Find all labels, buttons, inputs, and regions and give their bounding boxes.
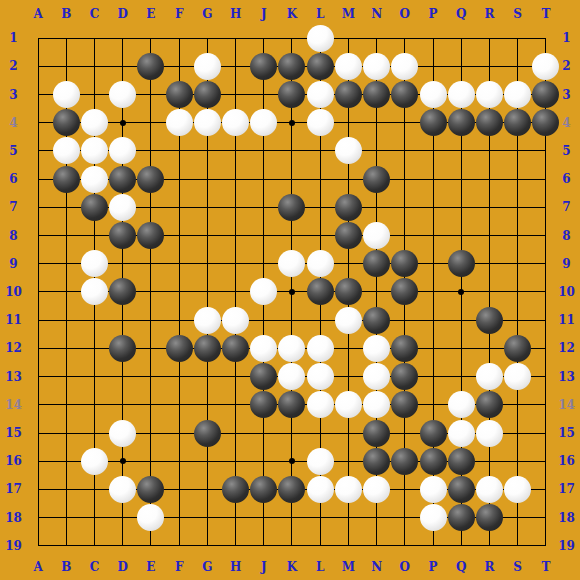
- intersection-F5[interactable]: [165, 137, 193, 165]
- intersection-A15[interactable]: [24, 419, 52, 447]
- intersection-L1[interactable]: [306, 24, 334, 52]
- intersection-G10[interactable]: [193, 278, 221, 306]
- intersection-N3[interactable]: [363, 80, 391, 108]
- intersection-S7[interactable]: [504, 193, 532, 221]
- intersection-G4[interactable]: [193, 109, 221, 137]
- intersection-A18[interactable]: [24, 504, 52, 532]
- intersection-M11[interactable]: [334, 306, 362, 334]
- intersection-A19[interactable]: [24, 532, 52, 560]
- intersection-R17[interactable]: [475, 475, 503, 503]
- intersection-M3[interactable]: [334, 80, 362, 108]
- intersection-R3[interactable]: [475, 80, 503, 108]
- intersection-J18[interactable]: [250, 504, 278, 532]
- intersection-D6[interactable]: [109, 165, 137, 193]
- intersection-P12[interactable]: [419, 334, 447, 362]
- intersection-C1[interactable]: [80, 24, 108, 52]
- intersection-Q5[interactable]: [447, 137, 475, 165]
- intersection-P6[interactable]: [419, 165, 447, 193]
- intersection-M7[interactable]: [334, 193, 362, 221]
- intersection-H15[interactable]: [221, 419, 249, 447]
- intersection-Q3[interactable]: [447, 80, 475, 108]
- intersection-B18[interactable]: [52, 504, 80, 532]
- intersection-O19[interactable]: [391, 532, 419, 560]
- intersection-Q18[interactable]: [447, 504, 475, 532]
- intersection-C6[interactable]: [80, 165, 108, 193]
- intersection-E19[interactable]: [137, 532, 165, 560]
- intersection-B4[interactable]: [52, 109, 80, 137]
- intersection-Q7[interactable]: [447, 193, 475, 221]
- intersection-N6[interactable]: [363, 165, 391, 193]
- intersection-F16[interactable]: [165, 447, 193, 475]
- intersection-R18[interactable]: [475, 504, 503, 532]
- intersection-O12[interactable]: [391, 334, 419, 362]
- intersection-C19[interactable]: [80, 532, 108, 560]
- intersection-R4[interactable]: [475, 109, 503, 137]
- intersection-S14[interactable]: [504, 391, 532, 419]
- intersection-B13[interactable]: [52, 363, 80, 391]
- intersection-K8[interactable]: [278, 221, 306, 249]
- intersection-H16[interactable]: [221, 447, 249, 475]
- intersection-R11[interactable]: [475, 306, 503, 334]
- intersection-M5[interactable]: [334, 137, 362, 165]
- intersection-E3[interactable]: [137, 80, 165, 108]
- intersection-E14[interactable]: [137, 391, 165, 419]
- intersection-P11[interactable]: [419, 306, 447, 334]
- intersection-A9[interactable]: [24, 250, 52, 278]
- intersection-G3[interactable]: [193, 80, 221, 108]
- intersection-L16[interactable]: [306, 447, 334, 475]
- intersection-Q13[interactable]: [447, 363, 475, 391]
- intersection-F12[interactable]: [165, 334, 193, 362]
- intersection-J4[interactable]: [250, 109, 278, 137]
- intersection-D14[interactable]: [109, 391, 137, 419]
- intersection-J15[interactable]: [250, 419, 278, 447]
- intersection-D7[interactable]: [109, 193, 137, 221]
- intersection-O16[interactable]: [391, 447, 419, 475]
- intersection-T2[interactable]: [532, 52, 560, 80]
- intersection-F18[interactable]: [165, 504, 193, 532]
- intersection-L15[interactable]: [306, 419, 334, 447]
- intersection-S6[interactable]: [504, 165, 532, 193]
- intersection-E10[interactable]: [137, 278, 165, 306]
- intersection-E13[interactable]: [137, 363, 165, 391]
- intersection-Q4[interactable]: [447, 109, 475, 137]
- intersection-K7[interactable]: [278, 193, 306, 221]
- intersection-C3[interactable]: [80, 80, 108, 108]
- intersection-J1[interactable]: [250, 24, 278, 52]
- intersection-T12[interactable]: [532, 334, 560, 362]
- intersection-F13[interactable]: [165, 363, 193, 391]
- intersection-F9[interactable]: [165, 250, 193, 278]
- intersection-S15[interactable]: [504, 419, 532, 447]
- intersection-G19[interactable]: [193, 532, 221, 560]
- intersection-S18[interactable]: [504, 504, 532, 532]
- intersection-B9[interactable]: [52, 250, 80, 278]
- intersection-J13[interactable]: [250, 363, 278, 391]
- intersection-R10[interactable]: [475, 278, 503, 306]
- intersection-C11[interactable]: [80, 306, 108, 334]
- intersection-P3[interactable]: [419, 80, 447, 108]
- intersection-S10[interactable]: [504, 278, 532, 306]
- intersection-M14[interactable]: [334, 391, 362, 419]
- intersection-P10[interactable]: [419, 278, 447, 306]
- intersection-G11[interactable]: [193, 306, 221, 334]
- intersection-C8[interactable]: [80, 221, 108, 249]
- go-board[interactable]: [24, 24, 560, 560]
- intersection-E12[interactable]: [137, 334, 165, 362]
- intersection-D3[interactable]: [109, 80, 137, 108]
- intersection-A3[interactable]: [24, 80, 52, 108]
- intersection-E18[interactable]: [137, 504, 165, 532]
- intersection-G14[interactable]: [193, 391, 221, 419]
- intersection-L7[interactable]: [306, 193, 334, 221]
- intersection-J2[interactable]: [250, 52, 278, 80]
- intersection-J10[interactable]: [250, 278, 278, 306]
- intersection-M18[interactable]: [334, 504, 362, 532]
- intersection-F14[interactable]: [165, 391, 193, 419]
- intersection-S8[interactable]: [504, 221, 532, 249]
- intersection-E16[interactable]: [137, 447, 165, 475]
- intersection-D11[interactable]: [109, 306, 137, 334]
- intersection-H12[interactable]: [221, 334, 249, 362]
- intersection-F11[interactable]: [165, 306, 193, 334]
- intersection-M15[interactable]: [334, 419, 362, 447]
- intersection-O5[interactable]: [391, 137, 419, 165]
- intersection-D18[interactable]: [109, 504, 137, 532]
- intersection-K3[interactable]: [278, 80, 306, 108]
- intersection-A4[interactable]: [24, 109, 52, 137]
- intersection-J5[interactable]: [250, 137, 278, 165]
- intersection-P2[interactable]: [419, 52, 447, 80]
- intersection-D19[interactable]: [109, 532, 137, 560]
- intersection-K11[interactable]: [278, 306, 306, 334]
- intersection-D5[interactable]: [109, 137, 137, 165]
- intersection-J3[interactable]: [250, 80, 278, 108]
- intersection-C4[interactable]: [80, 109, 108, 137]
- intersection-Q15[interactable]: [447, 419, 475, 447]
- intersection-G1[interactable]: [193, 24, 221, 52]
- intersection-C7[interactable]: [80, 193, 108, 221]
- intersection-G2[interactable]: [193, 52, 221, 80]
- intersection-L2[interactable]: [306, 52, 334, 80]
- intersection-M10[interactable]: [334, 278, 362, 306]
- intersection-E2[interactable]: [137, 52, 165, 80]
- intersection-H17[interactable]: [221, 475, 249, 503]
- intersection-Q19[interactable]: [447, 532, 475, 560]
- intersection-K17[interactable]: [278, 475, 306, 503]
- intersection-G8[interactable]: [193, 221, 221, 249]
- intersection-H13[interactable]: [221, 363, 249, 391]
- intersection-D16[interactable]: [109, 447, 137, 475]
- intersection-K14[interactable]: [278, 391, 306, 419]
- intersection-K19[interactable]: [278, 532, 306, 560]
- intersection-C17[interactable]: [80, 475, 108, 503]
- intersection-S12[interactable]: [504, 334, 532, 362]
- intersection-F15[interactable]: [165, 419, 193, 447]
- intersection-O9[interactable]: [391, 250, 419, 278]
- intersection-D17[interactable]: [109, 475, 137, 503]
- intersection-J8[interactable]: [250, 221, 278, 249]
- intersection-M17[interactable]: [334, 475, 362, 503]
- intersection-O8[interactable]: [391, 221, 419, 249]
- intersection-Q10[interactable]: [447, 278, 475, 306]
- intersection-P14[interactable]: [419, 391, 447, 419]
- intersection-T5[interactable]: [532, 137, 560, 165]
- intersection-C12[interactable]: [80, 334, 108, 362]
- intersection-T15[interactable]: [532, 419, 560, 447]
- intersection-K9[interactable]: [278, 250, 306, 278]
- intersection-B5[interactable]: [52, 137, 80, 165]
- intersection-H10[interactable]: [221, 278, 249, 306]
- intersection-H11[interactable]: [221, 306, 249, 334]
- intersection-M12[interactable]: [334, 334, 362, 362]
- intersection-B2[interactable]: [52, 52, 80, 80]
- intersection-N15[interactable]: [363, 419, 391, 447]
- intersection-F6[interactable]: [165, 165, 193, 193]
- intersection-B12[interactable]: [52, 334, 80, 362]
- intersection-F8[interactable]: [165, 221, 193, 249]
- intersection-K1[interactable]: [278, 24, 306, 52]
- intersection-H5[interactable]: [221, 137, 249, 165]
- intersection-H14[interactable]: [221, 391, 249, 419]
- intersection-Q8[interactable]: [447, 221, 475, 249]
- intersection-G16[interactable]: [193, 447, 221, 475]
- intersection-E5[interactable]: [137, 137, 165, 165]
- intersection-B8[interactable]: [52, 221, 80, 249]
- intersection-S3[interactable]: [504, 80, 532, 108]
- intersection-F1[interactable]: [165, 24, 193, 52]
- intersection-T18[interactable]: [532, 504, 560, 532]
- intersection-R6[interactable]: [475, 165, 503, 193]
- intersection-P17[interactable]: [419, 475, 447, 503]
- intersection-J19[interactable]: [250, 532, 278, 560]
- intersection-O3[interactable]: [391, 80, 419, 108]
- intersection-P8[interactable]: [419, 221, 447, 249]
- intersection-M8[interactable]: [334, 221, 362, 249]
- intersection-F4[interactable]: [165, 109, 193, 137]
- intersection-R13[interactable]: [475, 363, 503, 391]
- intersection-K18[interactable]: [278, 504, 306, 532]
- intersection-T13[interactable]: [532, 363, 560, 391]
- intersection-L11[interactable]: [306, 306, 334, 334]
- intersection-Q1[interactable]: [447, 24, 475, 52]
- intersection-O10[interactable]: [391, 278, 419, 306]
- intersection-F3[interactable]: [165, 80, 193, 108]
- intersection-M2[interactable]: [334, 52, 362, 80]
- intersection-B16[interactable]: [52, 447, 80, 475]
- intersection-A6[interactable]: [24, 165, 52, 193]
- intersection-G15[interactable]: [193, 419, 221, 447]
- intersection-T8[interactable]: [532, 221, 560, 249]
- intersection-K13[interactable]: [278, 363, 306, 391]
- intersection-J9[interactable]: [250, 250, 278, 278]
- intersection-B15[interactable]: [52, 419, 80, 447]
- intersection-B14[interactable]: [52, 391, 80, 419]
- intersection-D4[interactable]: [109, 109, 137, 137]
- intersection-C15[interactable]: [80, 419, 108, 447]
- intersection-O2[interactable]: [391, 52, 419, 80]
- intersection-A12[interactable]: [24, 334, 52, 362]
- intersection-D2[interactable]: [109, 52, 137, 80]
- intersection-B17[interactable]: [52, 475, 80, 503]
- intersection-K2[interactable]: [278, 52, 306, 80]
- intersection-F17[interactable]: [165, 475, 193, 503]
- intersection-O6[interactable]: [391, 165, 419, 193]
- intersection-S16[interactable]: [504, 447, 532, 475]
- intersection-A8[interactable]: [24, 221, 52, 249]
- intersection-H4[interactable]: [221, 109, 249, 137]
- intersection-S19[interactable]: [504, 532, 532, 560]
- intersection-O17[interactable]: [391, 475, 419, 503]
- intersection-C16[interactable]: [80, 447, 108, 475]
- intersection-O11[interactable]: [391, 306, 419, 334]
- intersection-L19[interactable]: [306, 532, 334, 560]
- intersection-M13[interactable]: [334, 363, 362, 391]
- intersection-N13[interactable]: [363, 363, 391, 391]
- intersection-A2[interactable]: [24, 52, 52, 80]
- intersection-G5[interactable]: [193, 137, 221, 165]
- intersection-S5[interactable]: [504, 137, 532, 165]
- intersection-S13[interactable]: [504, 363, 532, 391]
- intersection-L13[interactable]: [306, 363, 334, 391]
- intersection-N14[interactable]: [363, 391, 391, 419]
- intersection-N11[interactable]: [363, 306, 391, 334]
- intersection-L8[interactable]: [306, 221, 334, 249]
- intersection-F19[interactable]: [165, 532, 193, 560]
- intersection-H9[interactable]: [221, 250, 249, 278]
- intersection-A10[interactable]: [24, 278, 52, 306]
- intersection-L9[interactable]: [306, 250, 334, 278]
- intersection-M6[interactable]: [334, 165, 362, 193]
- intersection-P5[interactable]: [419, 137, 447, 165]
- intersection-Q16[interactable]: [447, 447, 475, 475]
- intersection-N2[interactable]: [363, 52, 391, 80]
- intersection-F2[interactable]: [165, 52, 193, 80]
- intersection-L18[interactable]: [306, 504, 334, 532]
- intersection-A1[interactable]: [24, 24, 52, 52]
- intersection-E15[interactable]: [137, 419, 165, 447]
- intersection-T7[interactable]: [532, 193, 560, 221]
- intersection-H2[interactable]: [221, 52, 249, 80]
- intersection-O7[interactable]: [391, 193, 419, 221]
- intersection-B11[interactable]: [52, 306, 80, 334]
- intersection-Q11[interactable]: [447, 306, 475, 334]
- intersection-H1[interactable]: [221, 24, 249, 52]
- intersection-C13[interactable]: [80, 363, 108, 391]
- intersection-N17[interactable]: [363, 475, 391, 503]
- intersection-R8[interactable]: [475, 221, 503, 249]
- intersection-H19[interactable]: [221, 532, 249, 560]
- intersection-S4[interactable]: [504, 109, 532, 137]
- intersection-T19[interactable]: [532, 532, 560, 560]
- intersection-L12[interactable]: [306, 334, 334, 362]
- intersection-O13[interactable]: [391, 363, 419, 391]
- intersection-K4[interactable]: [278, 109, 306, 137]
- intersection-M4[interactable]: [334, 109, 362, 137]
- intersection-B19[interactable]: [52, 532, 80, 560]
- intersection-Q12[interactable]: [447, 334, 475, 362]
- intersection-M9[interactable]: [334, 250, 362, 278]
- intersection-J6[interactable]: [250, 165, 278, 193]
- intersection-P9[interactable]: [419, 250, 447, 278]
- intersection-O18[interactable]: [391, 504, 419, 532]
- intersection-E6[interactable]: [137, 165, 165, 193]
- intersection-M19[interactable]: [334, 532, 362, 560]
- intersection-T14[interactable]: [532, 391, 560, 419]
- intersection-A17[interactable]: [24, 475, 52, 503]
- intersection-K16[interactable]: [278, 447, 306, 475]
- intersection-T1[interactable]: [532, 24, 560, 52]
- intersection-T3[interactable]: [532, 80, 560, 108]
- intersection-A13[interactable]: [24, 363, 52, 391]
- intersection-L5[interactable]: [306, 137, 334, 165]
- intersection-R1[interactable]: [475, 24, 503, 52]
- intersection-R15[interactable]: [475, 419, 503, 447]
- intersection-D8[interactable]: [109, 221, 137, 249]
- intersection-H18[interactable]: [221, 504, 249, 532]
- intersection-R2[interactable]: [475, 52, 503, 80]
- intersection-O4[interactable]: [391, 109, 419, 137]
- intersection-R14[interactable]: [475, 391, 503, 419]
- intersection-S17[interactable]: [504, 475, 532, 503]
- intersection-G17[interactable]: [193, 475, 221, 503]
- intersection-Q6[interactable]: [447, 165, 475, 193]
- intersection-R12[interactable]: [475, 334, 503, 362]
- intersection-N18[interactable]: [363, 504, 391, 532]
- intersection-D10[interactable]: [109, 278, 137, 306]
- intersection-J12[interactable]: [250, 334, 278, 362]
- intersection-F7[interactable]: [165, 193, 193, 221]
- intersection-T9[interactable]: [532, 250, 560, 278]
- intersection-D12[interactable]: [109, 334, 137, 362]
- intersection-G6[interactable]: [193, 165, 221, 193]
- intersection-N4[interactable]: [363, 109, 391, 137]
- intersection-K15[interactable]: [278, 419, 306, 447]
- intersection-N1[interactable]: [363, 24, 391, 52]
- intersection-K12[interactable]: [278, 334, 306, 362]
- intersection-K10[interactable]: [278, 278, 306, 306]
- intersection-C2[interactable]: [80, 52, 108, 80]
- intersection-P13[interactable]: [419, 363, 447, 391]
- intersection-L4[interactable]: [306, 109, 334, 137]
- intersection-E1[interactable]: [137, 24, 165, 52]
- intersection-P7[interactable]: [419, 193, 447, 221]
- intersection-P1[interactable]: [419, 24, 447, 52]
- intersection-B3[interactable]: [52, 80, 80, 108]
- intersection-B10[interactable]: [52, 278, 80, 306]
- intersection-C18[interactable]: [80, 504, 108, 532]
- intersection-L14[interactable]: [306, 391, 334, 419]
- intersection-N5[interactable]: [363, 137, 391, 165]
- intersection-S9[interactable]: [504, 250, 532, 278]
- intersection-T10[interactable]: [532, 278, 560, 306]
- intersection-E17[interactable]: [137, 475, 165, 503]
- intersection-R16[interactable]: [475, 447, 503, 475]
- intersection-T6[interactable]: [532, 165, 560, 193]
- intersection-N7[interactable]: [363, 193, 391, 221]
- intersection-N16[interactable]: [363, 447, 391, 475]
- intersection-C9[interactable]: [80, 250, 108, 278]
- intersection-O1[interactable]: [391, 24, 419, 52]
- intersection-C14[interactable]: [80, 391, 108, 419]
- intersection-F10[interactable]: [165, 278, 193, 306]
- intersection-H7[interactable]: [221, 193, 249, 221]
- intersection-S1[interactable]: [504, 24, 532, 52]
- intersection-G12[interactable]: [193, 334, 221, 362]
- intersection-B6[interactable]: [52, 165, 80, 193]
- intersection-Q9[interactable]: [447, 250, 475, 278]
- intersection-Q2[interactable]: [447, 52, 475, 80]
